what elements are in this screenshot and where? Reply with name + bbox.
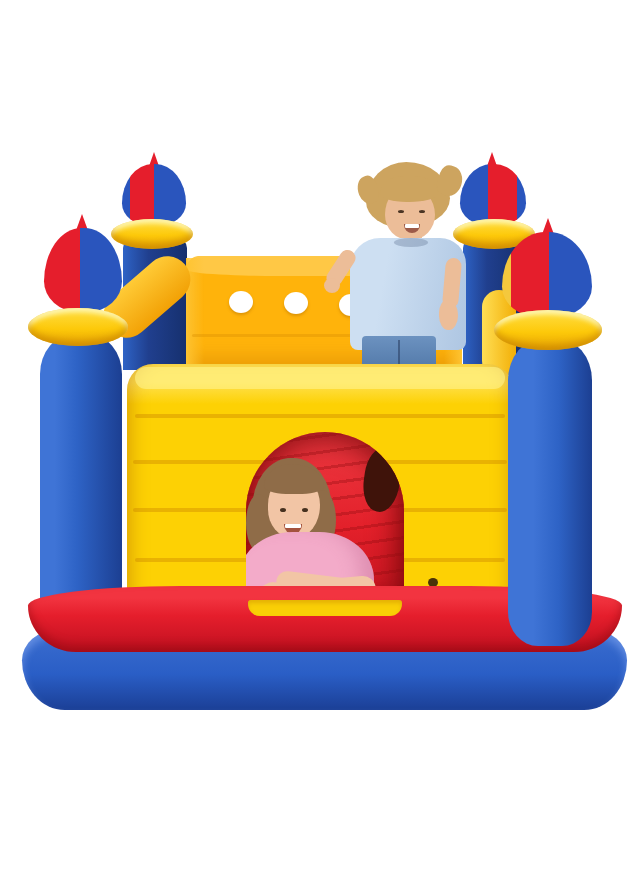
girl-eye-right <box>302 508 308 512</box>
dome-front-left <box>44 228 122 312</box>
boy-left-hand <box>439 300 458 330</box>
arch-sill-front <box>248 600 402 616</box>
dome-back-left <box>122 164 186 226</box>
boy-collar <box>394 238 428 247</box>
ring-front-right <box>494 310 602 350</box>
window-hole-1 <box>229 291 253 313</box>
tower-front-right-column <box>508 338 592 646</box>
window-hole-2 <box>284 292 308 314</box>
dome-front-right <box>502 232 592 318</box>
girl-eye-left <box>280 508 286 512</box>
boy-eye-left <box>398 210 404 213</box>
boy-right-hand <box>324 278 340 293</box>
girl-teeth <box>285 524 301 528</box>
front-wall-top-highlight <box>135 367 505 389</box>
wall-seam-1 <box>135 414 505 418</box>
boy-hair-fringe <box>380 176 438 202</box>
product-photo-bounce-castle <box>0 0 640 873</box>
boy-teeth <box>405 224 419 228</box>
arch-doorway <box>246 432 404 608</box>
ring-back-left <box>111 219 193 249</box>
ring-front-left <box>28 308 128 346</box>
boy-eye-right <box>419 210 425 213</box>
dome-back-right <box>460 164 526 226</box>
tower-front-left-column <box>40 334 122 616</box>
